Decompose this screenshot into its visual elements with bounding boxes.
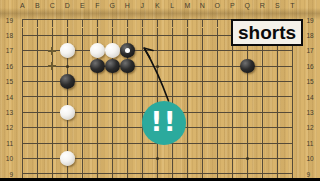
board-intersection <box>270 120 285 135</box>
board-intersection <box>60 43 75 58</box>
row-label-left-9: 9 <box>0 171 13 178</box>
board-intersection <box>45 120 60 135</box>
board-intersection <box>210 43 225 58</box>
board-intersection <box>75 120 90 135</box>
row-label-left-11: 11 <box>0 140 13 147</box>
board-intersection <box>120 58 135 73</box>
board-intersection <box>60 105 75 120</box>
row-label-left-14: 14 <box>0 94 13 101</box>
board-intersection <box>15 58 30 73</box>
board-intersection <box>105 105 120 120</box>
video-frame: ABCDEFGHJKLMNOPQRST 19181716151413121110… <box>0 0 320 180</box>
board-intersection <box>240 105 255 120</box>
board-intersection <box>120 74 135 89</box>
board-intersection <box>120 43 135 58</box>
board-intersection <box>135 151 150 166</box>
board-intersection <box>210 105 225 120</box>
board-intersection <box>195 74 210 89</box>
board-intersection <box>105 58 120 73</box>
board-intersection <box>120 151 135 166</box>
board-intersection <box>285 89 300 104</box>
shorts-label: shorts <box>231 19 303 46</box>
board-intersection <box>285 135 300 150</box>
board-intersection <box>210 89 225 104</box>
last-move-marker <box>125 48 130 53</box>
board-intersection <box>75 74 90 89</box>
board-intersection <box>165 151 180 166</box>
row-label-left-13: 13 <box>0 109 13 116</box>
board-intersection <box>135 89 150 104</box>
board-intersection <box>45 151 60 166</box>
board-intersection <box>15 105 30 120</box>
row-label-right-10: 10 <box>307 155 320 162</box>
board-intersection <box>180 74 195 89</box>
row-label-right-16: 16 <box>307 63 320 70</box>
board-intersection <box>120 105 135 120</box>
board-intersection <box>30 43 45 58</box>
row-label-right-13: 13 <box>307 109 320 116</box>
board-intersection <box>210 151 225 166</box>
board-intersection <box>150 58 165 73</box>
row-label-right-12: 12 <box>307 124 320 131</box>
row-label-right-14: 14 <box>307 94 320 101</box>
board-intersection <box>135 43 150 58</box>
board-intersection <box>150 43 165 58</box>
board-intersection <box>225 74 240 89</box>
board-intersection <box>285 58 300 73</box>
board-intersection <box>60 120 75 135</box>
board-intersection <box>15 28 30 43</box>
board-intersection <box>60 89 75 104</box>
board-intersection <box>240 120 255 135</box>
row-label-left-16: 16 <box>0 63 13 70</box>
row-label-right-11: 11 <box>307 140 320 147</box>
board-intersection <box>15 89 30 104</box>
board-intersection <box>135 74 150 89</box>
board-intersection <box>255 120 270 135</box>
board-intersection <box>165 28 180 43</box>
board-intersection <box>45 58 60 73</box>
board-intersection <box>15 43 30 58</box>
board-intersection <box>255 105 270 120</box>
board-intersection <box>75 151 90 166</box>
board-intersection <box>45 74 60 89</box>
board-intersection <box>180 135 195 150</box>
exclamation-text: !! <box>150 109 177 135</box>
board-intersection <box>270 151 285 166</box>
board-intersection <box>210 28 225 43</box>
board-intersection <box>195 43 210 58</box>
white-stone-F17 <box>90 43 105 58</box>
board-intersection <box>285 151 300 166</box>
board-intersection <box>60 58 75 73</box>
white-stone-G17 <box>105 43 120 58</box>
board-intersection <box>270 89 285 104</box>
board-intersection <box>285 105 300 120</box>
board-intersection <box>120 135 135 150</box>
board-intersection <box>210 135 225 150</box>
board-intersection <box>30 120 45 135</box>
board-intersection <box>270 74 285 89</box>
board-intersection <box>225 135 240 150</box>
board-intersection <box>180 151 195 166</box>
board-intersection <box>240 89 255 104</box>
board-intersection <box>195 135 210 150</box>
star-point <box>156 65 159 68</box>
board-intersection <box>225 105 240 120</box>
board-intersection <box>105 74 120 89</box>
board-intersection <box>90 74 105 89</box>
board-intersection <box>240 74 255 89</box>
board-intersection <box>225 89 240 104</box>
board-intersection <box>255 135 270 150</box>
board-intersection <box>210 58 225 73</box>
white-stone-D10 <box>60 151 75 166</box>
board-intersection <box>60 28 75 43</box>
board-intersection <box>255 151 270 166</box>
board-intersection <box>60 135 75 150</box>
board-intersection <box>165 58 180 73</box>
board-intersection <box>45 43 60 58</box>
board-intersection <box>150 28 165 43</box>
board-intersection <box>120 89 135 104</box>
board-intersection <box>75 28 90 43</box>
board-intersection <box>90 58 105 73</box>
exclamation-badge: !! <box>142 101 187 146</box>
row-label-left-12: 12 <box>0 124 13 131</box>
cross-marker <box>48 47 56 55</box>
board-intersection <box>255 74 270 89</box>
board-intersection <box>75 58 90 73</box>
board-intersection <box>30 74 45 89</box>
board-intersection <box>135 28 150 43</box>
board-intersection <box>255 89 270 104</box>
board-intersection <box>240 58 255 73</box>
board-intersection <box>225 58 240 73</box>
board-intersection <box>165 74 180 89</box>
row-label-right-18: 18 <box>307 32 320 39</box>
board-intersection <box>195 28 210 43</box>
board-intersection <box>105 135 120 150</box>
board-intersection <box>45 135 60 150</box>
board-intersection <box>120 120 135 135</box>
board-intersection <box>195 120 210 135</box>
white-stone-D13 <box>60 105 75 120</box>
board-intersection <box>30 105 45 120</box>
board-intersection <box>270 135 285 150</box>
board-intersection <box>15 120 30 135</box>
board-intersection <box>285 120 300 135</box>
board-intersection <box>75 135 90 150</box>
star-point <box>66 65 69 68</box>
black-stone-F16 <box>90 59 105 74</box>
black-stone-H17 <box>120 43 135 58</box>
row-label-left-18: 18 <box>0 32 13 39</box>
board-intersection <box>195 58 210 73</box>
board-intersection <box>105 28 120 43</box>
board-intersection <box>105 89 120 104</box>
row-label-left-10: 10 <box>0 155 13 162</box>
board-intersection <box>180 58 195 73</box>
board-intersection <box>180 28 195 43</box>
board-intersection <box>255 58 270 73</box>
white-stone-D17 <box>60 43 75 58</box>
board-intersection <box>180 43 195 58</box>
black-stone-G16 <box>105 59 120 74</box>
board-intersection <box>15 135 30 150</box>
cross-marker <box>48 62 56 70</box>
board-intersection <box>120 28 135 43</box>
row-label-right-9: 9 <box>307 171 320 178</box>
board-intersection <box>90 43 105 58</box>
board-intersection <box>270 105 285 120</box>
board-intersection <box>225 151 240 166</box>
board-intersection <box>75 43 90 58</box>
board-intersection <box>240 135 255 150</box>
board-intersection <box>165 43 180 58</box>
board-intersection <box>285 74 300 89</box>
black-stone-D15 <box>60 74 75 89</box>
star-point <box>156 157 159 160</box>
shorts-text: shorts <box>238 22 296 44</box>
board-intersection <box>45 89 60 104</box>
board-intersection <box>45 105 60 120</box>
board-intersection <box>270 58 285 73</box>
board-intersection <box>210 74 225 89</box>
black-stone-Q16 <box>240 59 255 74</box>
board-intersection <box>60 151 75 166</box>
board-intersection <box>90 105 105 120</box>
board-intersection <box>180 89 195 104</box>
board-intersection <box>90 135 105 150</box>
board-intersection <box>240 151 255 166</box>
board-intersection <box>210 120 225 135</box>
board-intersection <box>30 135 45 150</box>
board-intersection <box>195 105 210 120</box>
board-intersection <box>30 28 45 43</box>
board-intersection <box>75 105 90 120</box>
board-intersection <box>45 28 60 43</box>
board-intersection <box>75 89 90 104</box>
board-intersection <box>195 151 210 166</box>
board-intersection <box>30 89 45 104</box>
board-intersection <box>150 74 165 89</box>
board-intersection <box>30 151 45 166</box>
row-label-right-17: 17 <box>307 47 320 54</box>
board-intersection <box>195 89 210 104</box>
board-intersection <box>90 120 105 135</box>
board-intersection <box>105 120 120 135</box>
star-point <box>246 157 249 160</box>
bottom-letterbox-bar <box>0 178 320 181</box>
board-intersection <box>15 74 30 89</box>
board-intersection <box>90 28 105 43</box>
row-label-left-17: 17 <box>0 47 13 54</box>
board-intersection <box>150 151 165 166</box>
board-intersection <box>15 151 30 166</box>
board-intersection <box>30 58 45 73</box>
board-intersection <box>90 151 105 166</box>
row-label-left-15: 15 <box>0 78 13 85</box>
board-intersection <box>105 43 120 58</box>
board-intersection <box>105 151 120 166</box>
row-label-right-15: 15 <box>307 78 320 85</box>
board-intersection <box>225 120 240 135</box>
board-intersection <box>135 58 150 73</box>
black-stone-H16 <box>120 59 135 74</box>
board-intersection <box>90 89 105 104</box>
board-intersection <box>60 74 75 89</box>
